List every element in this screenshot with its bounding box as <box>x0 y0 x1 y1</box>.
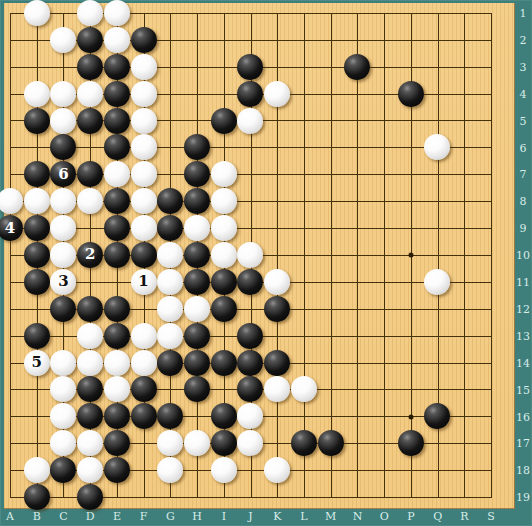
intersection-K9[interactable] <box>264 215 291 242</box>
intersection-C2[interactable] <box>50 26 77 53</box>
intersection-O7[interactable] <box>371 161 398 188</box>
intersection-D3[interactable] <box>77 53 104 80</box>
intersection-P19[interactable] <box>397 484 424 511</box>
intersection-D7[interactable] <box>77 161 104 188</box>
intersection-D2[interactable] <box>77 26 104 53</box>
intersection-E2[interactable] <box>103 26 130 53</box>
intersection-S7[interactable] <box>478 161 505 188</box>
intersection-F6[interactable] <box>130 134 157 161</box>
intersection-F19[interactable] <box>130 484 157 511</box>
intersection-E10[interactable] <box>103 242 130 269</box>
intersection-K13[interactable] <box>264 322 291 349</box>
intersection-L17[interactable] <box>291 430 318 457</box>
intersection-B5[interactable] <box>23 107 50 134</box>
intersection-H11[interactable] <box>184 268 211 295</box>
intersection-A10[interactable] <box>0 242 23 269</box>
intersection-E17[interactable] <box>103 430 130 457</box>
intersection-B13[interactable] <box>23 322 50 349</box>
intersection-N19[interactable] <box>344 484 371 511</box>
intersection-M6[interactable] <box>317 134 344 161</box>
intersection-P18[interactable] <box>397 457 424 484</box>
intersection-H8[interactable] <box>184 188 211 215</box>
intersection-P8[interactable] <box>397 188 424 215</box>
intersection-J11[interactable] <box>237 268 264 295</box>
intersection-I15[interactable] <box>210 376 237 403</box>
intersection-H17[interactable] <box>184 430 211 457</box>
intersection-C14[interactable] <box>50 349 77 376</box>
intersection-J16[interactable] <box>237 403 264 430</box>
intersection-C16[interactable] <box>50 403 77 430</box>
intersection-F9[interactable] <box>130 215 157 242</box>
intersection-S17[interactable] <box>478 430 505 457</box>
intersection-S11[interactable] <box>478 268 505 295</box>
intersection-I4[interactable] <box>210 80 237 107</box>
intersection-N17[interactable] <box>344 430 371 457</box>
intersection-C6[interactable] <box>50 134 77 161</box>
intersection-I7[interactable] <box>210 161 237 188</box>
intersection-B19[interactable] <box>23 484 50 511</box>
intersection-S19[interactable] <box>478 484 505 511</box>
intersection-B2[interactable] <box>23 26 50 53</box>
intersection-F15[interactable] <box>130 376 157 403</box>
intersection-M2[interactable] <box>317 26 344 53</box>
intersection-A5[interactable] <box>0 107 23 134</box>
intersection-A7[interactable] <box>0 161 23 188</box>
intersection-C5[interactable] <box>50 107 77 134</box>
intersection-B9[interactable] <box>23 215 50 242</box>
intersection-A4[interactable] <box>0 80 23 107</box>
intersection-A16[interactable] <box>0 403 23 430</box>
intersection-H16[interactable] <box>184 403 211 430</box>
intersection-P5[interactable] <box>397 107 424 134</box>
intersection-H10[interactable] <box>184 242 211 269</box>
intersection-I16[interactable] <box>210 403 237 430</box>
intersection-O19[interactable] <box>371 484 398 511</box>
intersection-E8[interactable] <box>103 188 130 215</box>
intersection-H12[interactable] <box>184 295 211 322</box>
intersection-B1[interactable] <box>23 0 50 26</box>
intersection-G16[interactable] <box>157 403 184 430</box>
intersection-O1[interactable] <box>371 0 398 26</box>
intersection-S3[interactable] <box>478 53 505 80</box>
intersection-L11[interactable] <box>291 268 318 295</box>
intersection-M9[interactable] <box>317 215 344 242</box>
intersection-O14[interactable] <box>371 349 398 376</box>
intersection-C9[interactable] <box>50 215 77 242</box>
intersection-K10[interactable] <box>264 242 291 269</box>
intersection-Q2[interactable] <box>424 26 451 53</box>
intersection-N18[interactable] <box>344 457 371 484</box>
intersection-Q5[interactable] <box>424 107 451 134</box>
intersection-L5[interactable] <box>291 107 318 134</box>
intersection-H2[interactable] <box>184 26 211 53</box>
intersection-M17[interactable] <box>317 430 344 457</box>
intersection-O10[interactable] <box>371 242 398 269</box>
intersection-N15[interactable] <box>344 376 371 403</box>
intersection-E18[interactable] <box>103 457 130 484</box>
intersection-L3[interactable] <box>291 53 318 80</box>
intersection-R14[interactable] <box>451 349 478 376</box>
intersection-P9[interactable] <box>397 215 424 242</box>
intersection-N12[interactable] <box>344 295 371 322</box>
intersection-H15[interactable] <box>184 376 211 403</box>
intersection-R15[interactable] <box>451 376 478 403</box>
intersection-M19[interactable] <box>317 484 344 511</box>
intersection-E5[interactable] <box>103 107 130 134</box>
intersection-R4[interactable] <box>451 80 478 107</box>
intersection-M10[interactable] <box>317 242 344 269</box>
intersection-M15[interactable] <box>317 376 344 403</box>
intersection-A15[interactable] <box>0 376 23 403</box>
intersection-S8[interactable] <box>478 188 505 215</box>
intersection-O2[interactable] <box>371 26 398 53</box>
intersection-H14[interactable] <box>184 349 211 376</box>
intersection-D16[interactable] <box>77 403 104 430</box>
intersection-R10[interactable] <box>451 242 478 269</box>
intersection-F10[interactable] <box>130 242 157 269</box>
intersection-P16[interactable] <box>397 403 424 430</box>
intersection-B6[interactable] <box>23 134 50 161</box>
intersection-Q1[interactable] <box>424 0 451 26</box>
intersection-Q6[interactable] <box>424 134 451 161</box>
intersection-J8[interactable] <box>237 188 264 215</box>
intersection-B17[interactable] <box>23 430 50 457</box>
intersection-F18[interactable] <box>130 457 157 484</box>
intersection-C4[interactable] <box>50 80 77 107</box>
intersection-J19[interactable] <box>237 484 264 511</box>
intersection-C3[interactable] <box>50 53 77 80</box>
intersection-J10[interactable] <box>237 242 264 269</box>
intersection-Q11[interactable] <box>424 268 451 295</box>
intersection-L6[interactable] <box>291 134 318 161</box>
intersection-P3[interactable] <box>397 53 424 80</box>
intersection-S6[interactable] <box>478 134 505 161</box>
intersection-K1[interactable] <box>264 0 291 26</box>
intersection-J6[interactable] <box>237 134 264 161</box>
intersection-C19[interactable] <box>50 484 77 511</box>
intersection-R9[interactable] <box>451 215 478 242</box>
intersection-O4[interactable] <box>371 80 398 107</box>
intersection-P14[interactable] <box>397 349 424 376</box>
intersection-O5[interactable] <box>371 107 398 134</box>
intersection-R19[interactable] <box>451 484 478 511</box>
intersection-G13[interactable] <box>157 322 184 349</box>
intersection-A13[interactable] <box>0 322 23 349</box>
intersection-D10[interactable]: 2 <box>77 242 104 269</box>
intersection-C11[interactable]: 3 <box>50 268 77 295</box>
intersection-A19[interactable] <box>0 484 23 511</box>
intersection-E7[interactable] <box>103 161 130 188</box>
intersection-O13[interactable] <box>371 322 398 349</box>
intersection-M5[interactable] <box>317 107 344 134</box>
intersection-L8[interactable] <box>291 188 318 215</box>
intersection-C8[interactable] <box>50 188 77 215</box>
intersection-D18[interactable] <box>77 457 104 484</box>
intersection-C10[interactable] <box>50 242 77 269</box>
intersection-O8[interactable] <box>371 188 398 215</box>
intersection-C7[interactable]: 6 <box>50 161 77 188</box>
intersection-M4[interactable] <box>317 80 344 107</box>
intersection-A2[interactable] <box>0 26 23 53</box>
intersection-K3[interactable] <box>264 53 291 80</box>
go-board[interactable]: 642315 <box>0 0 504 510</box>
intersection-F14[interactable] <box>130 349 157 376</box>
intersection-J4[interactable] <box>237 80 264 107</box>
intersection-N6[interactable] <box>344 134 371 161</box>
intersection-D19[interactable] <box>77 484 104 511</box>
intersection-A6[interactable] <box>0 134 23 161</box>
intersection-O15[interactable] <box>371 376 398 403</box>
intersection-Q3[interactable] <box>424 53 451 80</box>
intersection-J15[interactable] <box>237 376 264 403</box>
intersection-K7[interactable] <box>264 161 291 188</box>
intersection-I9[interactable] <box>210 215 237 242</box>
intersection-Q10[interactable] <box>424 242 451 269</box>
intersection-N11[interactable] <box>344 268 371 295</box>
intersection-G3[interactable] <box>157 53 184 80</box>
intersection-R1[interactable] <box>451 0 478 26</box>
intersection-L9[interactable] <box>291 215 318 242</box>
intersection-K14[interactable] <box>264 349 291 376</box>
intersection-A1[interactable] <box>0 0 23 26</box>
intersection-Q7[interactable] <box>424 161 451 188</box>
intersection-E9[interactable] <box>103 215 130 242</box>
intersection-P7[interactable] <box>397 161 424 188</box>
intersection-R3[interactable] <box>451 53 478 80</box>
intersection-H3[interactable] <box>184 53 211 80</box>
intersection-M7[interactable] <box>317 161 344 188</box>
intersection-R6[interactable] <box>451 134 478 161</box>
intersection-B14[interactable]: 5 <box>23 349 50 376</box>
intersection-N2[interactable] <box>344 26 371 53</box>
intersection-F4[interactable] <box>130 80 157 107</box>
intersection-O11[interactable] <box>371 268 398 295</box>
intersection-L12[interactable] <box>291 295 318 322</box>
intersection-J13[interactable] <box>237 322 264 349</box>
intersection-B10[interactable] <box>23 242 50 269</box>
intersection-C13[interactable] <box>50 322 77 349</box>
intersection-L13[interactable] <box>291 322 318 349</box>
intersection-I10[interactable] <box>210 242 237 269</box>
intersection-N7[interactable] <box>344 161 371 188</box>
intersection-S16[interactable] <box>478 403 505 430</box>
intersection-N3[interactable] <box>344 53 371 80</box>
intersection-R2[interactable] <box>451 26 478 53</box>
intersection-P1[interactable] <box>397 0 424 26</box>
intersection-H5[interactable] <box>184 107 211 134</box>
intersection-S14[interactable] <box>478 349 505 376</box>
intersection-E3[interactable] <box>103 53 130 80</box>
intersection-Q15[interactable] <box>424 376 451 403</box>
intersection-K2[interactable] <box>264 26 291 53</box>
intersection-M13[interactable] <box>317 322 344 349</box>
intersection-B8[interactable] <box>23 188 50 215</box>
intersection-B7[interactable] <box>23 161 50 188</box>
intersection-P10[interactable] <box>397 242 424 269</box>
intersection-S5[interactable] <box>478 107 505 134</box>
intersection-A12[interactable] <box>0 295 23 322</box>
intersection-P4[interactable] <box>397 80 424 107</box>
intersection-G7[interactable] <box>157 161 184 188</box>
intersection-B4[interactable] <box>23 80 50 107</box>
intersection-E12[interactable] <box>103 295 130 322</box>
intersection-N13[interactable] <box>344 322 371 349</box>
intersection-N5[interactable] <box>344 107 371 134</box>
intersection-G5[interactable] <box>157 107 184 134</box>
intersection-I11[interactable] <box>210 268 237 295</box>
intersection-Q16[interactable] <box>424 403 451 430</box>
intersection-K6[interactable] <box>264 134 291 161</box>
intersection-B11[interactable] <box>23 268 50 295</box>
intersection-B18[interactable] <box>23 457 50 484</box>
intersection-Q17[interactable] <box>424 430 451 457</box>
intersection-D13[interactable] <box>77 322 104 349</box>
intersection-K19[interactable] <box>264 484 291 511</box>
intersection-S15[interactable] <box>478 376 505 403</box>
intersection-E13[interactable] <box>103 322 130 349</box>
intersection-K5[interactable] <box>264 107 291 134</box>
intersection-B16[interactable] <box>23 403 50 430</box>
intersection-F2[interactable] <box>130 26 157 53</box>
intersection-F13[interactable] <box>130 322 157 349</box>
intersection-G19[interactable] <box>157 484 184 511</box>
intersection-E16[interactable] <box>103 403 130 430</box>
intersection-E15[interactable] <box>103 376 130 403</box>
intersection-F12[interactable] <box>130 295 157 322</box>
intersection-N16[interactable] <box>344 403 371 430</box>
intersection-I12[interactable] <box>210 295 237 322</box>
intersection-N14[interactable] <box>344 349 371 376</box>
intersection-P13[interactable] <box>397 322 424 349</box>
intersection-C17[interactable] <box>50 430 77 457</box>
intersection-G4[interactable] <box>157 80 184 107</box>
intersection-Q14[interactable] <box>424 349 451 376</box>
intersection-F7[interactable] <box>130 161 157 188</box>
intersection-O12[interactable] <box>371 295 398 322</box>
intersection-Q8[interactable] <box>424 188 451 215</box>
intersection-L4[interactable] <box>291 80 318 107</box>
intersection-P12[interactable] <box>397 295 424 322</box>
intersection-G17[interactable] <box>157 430 184 457</box>
intersection-A9[interactable]: 4 <box>0 215 23 242</box>
intersection-G11[interactable] <box>157 268 184 295</box>
intersection-J7[interactable] <box>237 161 264 188</box>
intersection-G10[interactable] <box>157 242 184 269</box>
intersection-M3[interactable] <box>317 53 344 80</box>
intersection-N1[interactable] <box>344 0 371 26</box>
intersection-M1[interactable] <box>317 0 344 26</box>
intersection-H9[interactable] <box>184 215 211 242</box>
intersection-P2[interactable] <box>397 26 424 53</box>
intersection-L10[interactable] <box>291 242 318 269</box>
intersection-C1[interactable] <box>50 0 77 26</box>
intersection-I3[interactable] <box>210 53 237 80</box>
intersection-K16[interactable] <box>264 403 291 430</box>
intersection-Q9[interactable] <box>424 215 451 242</box>
intersection-R16[interactable] <box>451 403 478 430</box>
intersection-D5[interactable] <box>77 107 104 134</box>
intersection-G8[interactable] <box>157 188 184 215</box>
intersection-J12[interactable] <box>237 295 264 322</box>
intersection-M8[interactable] <box>317 188 344 215</box>
intersection-I18[interactable] <box>210 457 237 484</box>
intersection-D9[interactable] <box>77 215 104 242</box>
intersection-R13[interactable] <box>451 322 478 349</box>
intersection-R17[interactable] <box>451 430 478 457</box>
intersection-J5[interactable] <box>237 107 264 134</box>
intersection-I6[interactable] <box>210 134 237 161</box>
intersection-O18[interactable] <box>371 457 398 484</box>
intersection-S13[interactable] <box>478 322 505 349</box>
intersection-L14[interactable] <box>291 349 318 376</box>
intersection-D8[interactable] <box>77 188 104 215</box>
intersection-F17[interactable] <box>130 430 157 457</box>
intersection-G18[interactable] <box>157 457 184 484</box>
intersection-G14[interactable] <box>157 349 184 376</box>
intersection-G6[interactable] <box>157 134 184 161</box>
intersection-J17[interactable] <box>237 430 264 457</box>
intersection-K18[interactable] <box>264 457 291 484</box>
intersection-L16[interactable] <box>291 403 318 430</box>
intersection-S10[interactable] <box>478 242 505 269</box>
intersection-E4[interactable] <box>103 80 130 107</box>
intersection-L18[interactable] <box>291 457 318 484</box>
intersection-J1[interactable] <box>237 0 264 26</box>
intersection-D4[interactable] <box>77 80 104 107</box>
intersection-I17[interactable] <box>210 430 237 457</box>
intersection-Q12[interactable] <box>424 295 451 322</box>
intersection-M18[interactable] <box>317 457 344 484</box>
intersection-J3[interactable] <box>237 53 264 80</box>
intersection-L1[interactable] <box>291 0 318 26</box>
intersection-J9[interactable] <box>237 215 264 242</box>
intersection-P6[interactable] <box>397 134 424 161</box>
intersection-R5[interactable] <box>451 107 478 134</box>
intersection-P11[interactable] <box>397 268 424 295</box>
intersection-A8[interactable] <box>0 188 23 215</box>
intersection-A3[interactable] <box>0 53 23 80</box>
intersection-F8[interactable] <box>130 188 157 215</box>
intersection-R12[interactable] <box>451 295 478 322</box>
intersection-N4[interactable] <box>344 80 371 107</box>
intersection-L7[interactable] <box>291 161 318 188</box>
intersection-N9[interactable] <box>344 215 371 242</box>
intersection-E6[interactable] <box>103 134 130 161</box>
intersection-H6[interactable] <box>184 134 211 161</box>
intersection-S4[interactable] <box>478 80 505 107</box>
intersection-C15[interactable] <box>50 376 77 403</box>
intersection-R18[interactable] <box>451 457 478 484</box>
intersection-G12[interactable] <box>157 295 184 322</box>
intersection-S12[interactable] <box>478 295 505 322</box>
intersection-G2[interactable] <box>157 26 184 53</box>
intersection-D12[interactable] <box>77 295 104 322</box>
intersection-I13[interactable] <box>210 322 237 349</box>
intersection-R11[interactable] <box>451 268 478 295</box>
intersection-I8[interactable] <box>210 188 237 215</box>
intersection-Q13[interactable] <box>424 322 451 349</box>
intersection-G15[interactable] <box>157 376 184 403</box>
intersection-C12[interactable] <box>50 295 77 322</box>
intersection-Q18[interactable] <box>424 457 451 484</box>
intersection-A18[interactable] <box>0 457 23 484</box>
intersection-O3[interactable] <box>371 53 398 80</box>
intersection-H4[interactable] <box>184 80 211 107</box>
intersection-M14[interactable] <box>317 349 344 376</box>
intersection-F3[interactable] <box>130 53 157 80</box>
intersection-M11[interactable] <box>317 268 344 295</box>
intersection-S2[interactable] <box>478 26 505 53</box>
